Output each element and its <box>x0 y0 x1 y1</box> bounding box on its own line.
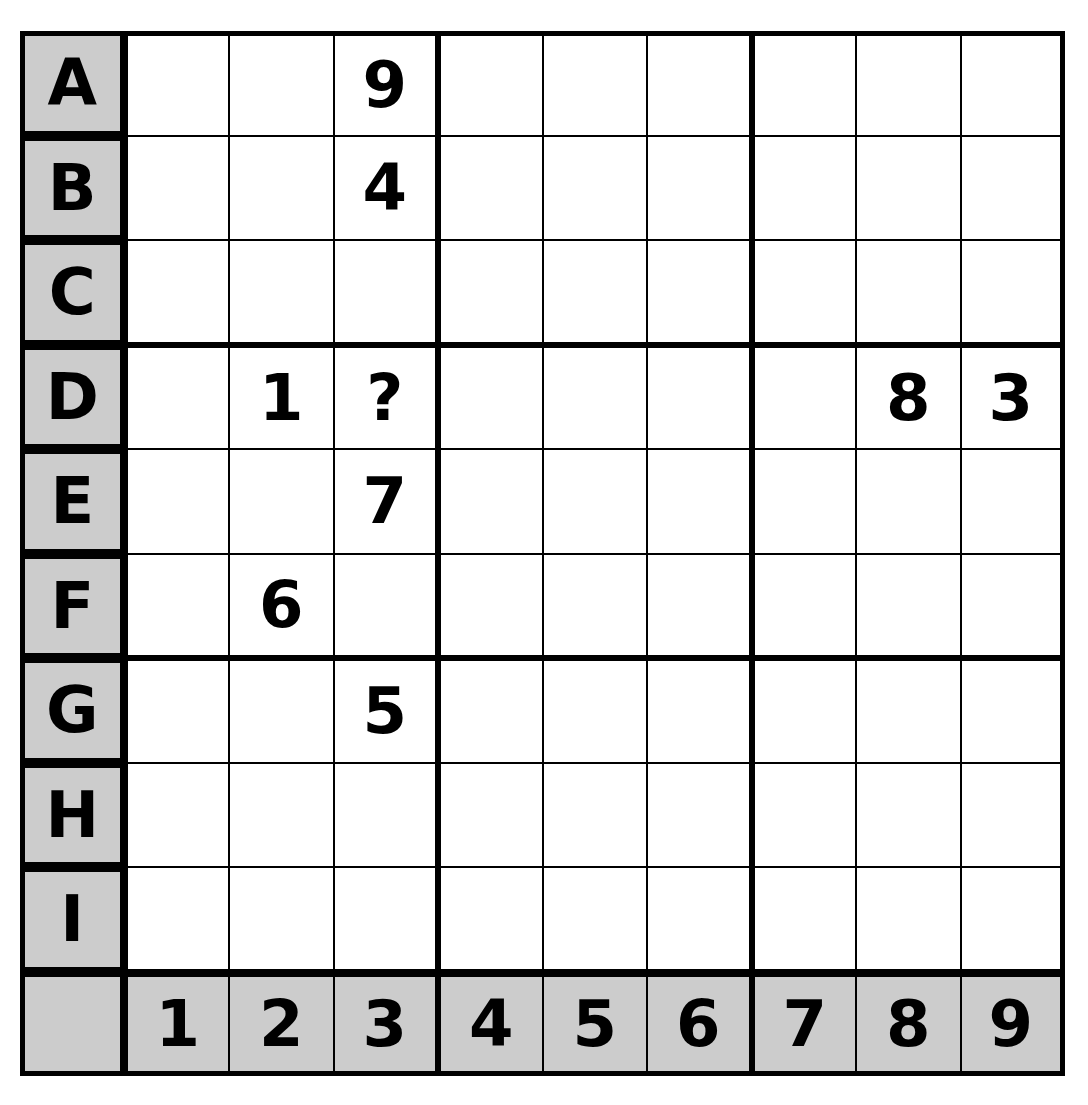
cell-A4 <box>438 31 543 136</box>
cell-D6 <box>647 345 752 450</box>
row-label-C: C <box>20 240 125 345</box>
cell-C8 <box>856 240 961 345</box>
cell-E3: 7 <box>334 449 439 554</box>
col-label-8: 8 <box>856 972 961 1077</box>
cell-B8 <box>856 136 961 241</box>
cell-B4 <box>438 136 543 241</box>
cell-H6 <box>647 763 752 868</box>
cell-F3 <box>334 554 439 659</box>
col-label-4: 4 <box>438 972 543 1077</box>
corner-cell <box>20 972 125 1077</box>
col-label-6: 6 <box>647 972 752 1077</box>
cell-F8 <box>856 554 961 659</box>
cell-G5 <box>543 658 648 763</box>
cell-G8 <box>856 658 961 763</box>
cell-B1 <box>125 136 230 241</box>
cell-I3 <box>334 867 439 972</box>
cell-G4 <box>438 658 543 763</box>
cell-C5 <box>543 240 648 345</box>
row-label-D: D <box>20 345 125 450</box>
cell-H8 <box>856 763 961 868</box>
cell-H9 <box>961 763 1066 868</box>
cell-C3 <box>334 240 439 345</box>
cell-H5 <box>543 763 648 868</box>
cell-I8 <box>856 867 961 972</box>
cell-C7 <box>752 240 857 345</box>
cell-G1 <box>125 658 230 763</box>
cell-A6 <box>647 31 752 136</box>
cell-I9 <box>961 867 1066 972</box>
cell-C9 <box>961 240 1066 345</box>
cell-B5 <box>543 136 648 241</box>
cell-F6 <box>647 554 752 659</box>
cell-F9 <box>961 554 1066 659</box>
cell-B6 <box>647 136 752 241</box>
cell-E9 <box>961 449 1066 554</box>
cell-B2 <box>229 136 334 241</box>
cell-G7 <box>752 658 857 763</box>
cell-H4 <box>438 763 543 868</box>
cell-D7 <box>752 345 857 450</box>
cell-I6 <box>647 867 752 972</box>
cell-E6 <box>647 449 752 554</box>
col-label-9: 9 <box>961 972 1066 1077</box>
cell-H1 <box>125 763 230 868</box>
cell-E1 <box>125 449 230 554</box>
cell-B7 <box>752 136 857 241</box>
cell-B9 <box>961 136 1066 241</box>
cell-H2 <box>229 763 334 868</box>
cell-C6 <box>647 240 752 345</box>
row-label-G: G <box>20 658 125 763</box>
col-label-1: 1 <box>125 972 230 1077</box>
cell-F4 <box>438 554 543 659</box>
cell-G6 <box>647 658 752 763</box>
cell-D4 <box>438 345 543 450</box>
cell-D5 <box>543 345 648 450</box>
cell-A9 <box>961 31 1066 136</box>
cell-D3: ? <box>334 345 439 450</box>
row-label-E: E <box>20 449 125 554</box>
cell-E8 <box>856 449 961 554</box>
cell-F1 <box>125 554 230 659</box>
cell-A8 <box>856 31 961 136</box>
cell-I4 <box>438 867 543 972</box>
cell-D2: 1 <box>229 345 334 450</box>
cell-D9: 3 <box>961 345 1066 450</box>
row-label-F: F <box>20 554 125 659</box>
cell-H7 <box>752 763 857 868</box>
cell-H3 <box>334 763 439 868</box>
row-label-A: A <box>20 31 125 136</box>
cell-A1 <box>125 31 230 136</box>
cell-I5 <box>543 867 648 972</box>
cell-C4 <box>438 240 543 345</box>
cell-A2 <box>229 31 334 136</box>
cell-G3: 5 <box>334 658 439 763</box>
cell-D1 <box>125 345 230 450</box>
cell-F5 <box>543 554 648 659</box>
cell-G9 <box>961 658 1066 763</box>
cell-A7 <box>752 31 857 136</box>
row-label-B: B <box>20 136 125 241</box>
col-label-2: 2 <box>229 972 334 1077</box>
cell-C1 <box>125 240 230 345</box>
col-label-5: 5 <box>543 972 648 1077</box>
cell-A3: 9 <box>334 31 439 136</box>
cell-E4 <box>438 449 543 554</box>
sudoku-board: A9B4CD1?83E7F6G5HI123456789 <box>20 31 1065 1076</box>
cell-G2 <box>229 658 334 763</box>
col-label-3: 3 <box>334 972 439 1077</box>
cell-I1 <box>125 867 230 972</box>
cell-D8: 8 <box>856 345 961 450</box>
col-label-7: 7 <box>752 972 857 1077</box>
cell-E7 <box>752 449 857 554</box>
cell-B3: 4 <box>334 136 439 241</box>
cell-A5 <box>543 31 648 136</box>
cell-E5 <box>543 449 648 554</box>
cell-C2 <box>229 240 334 345</box>
cell-F7 <box>752 554 857 659</box>
row-label-H: H <box>20 763 125 868</box>
cell-I2 <box>229 867 334 972</box>
row-label-I: I <box>20 867 125 972</box>
cell-I7 <box>752 867 857 972</box>
cell-F2: 6 <box>229 554 334 659</box>
cell-E2 <box>229 449 334 554</box>
